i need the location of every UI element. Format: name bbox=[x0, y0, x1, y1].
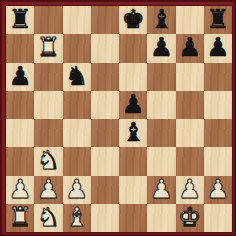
square-h2[interactable]: ♟ bbox=[204, 176, 232, 204]
black-king: ♚ bbox=[121, 6, 144, 32]
square-h4[interactable] bbox=[204, 119, 232, 147]
white-pawn: ♟ bbox=[8, 176, 31, 202]
square-f2[interactable]: ♟ bbox=[147, 176, 175, 204]
square-b7[interactable]: ♜ bbox=[34, 34, 62, 62]
square-g3[interactable] bbox=[176, 147, 204, 175]
black-rook: ♜ bbox=[206, 6, 229, 32]
square-b8[interactable] bbox=[34, 6, 62, 34]
square-h3[interactable] bbox=[204, 147, 232, 175]
white-rook: ♜ bbox=[37, 34, 60, 60]
square-b1[interactable]: ♞ bbox=[34, 204, 62, 232]
square-e8[interactable]: ♚ bbox=[119, 6, 147, 34]
square-g8[interactable] bbox=[176, 6, 204, 34]
square-d1[interactable] bbox=[91, 204, 119, 232]
black-rook: ♜ bbox=[8, 6, 31, 32]
square-c1[interactable]: ♝ bbox=[63, 204, 91, 232]
black-pawn: ♟ bbox=[178, 34, 201, 60]
square-b3[interactable]: ♞ bbox=[34, 147, 62, 175]
square-g5[interactable] bbox=[176, 91, 204, 119]
white-knight: ♞ bbox=[37, 204, 60, 230]
square-e3[interactable] bbox=[119, 147, 147, 175]
square-g4[interactable] bbox=[176, 119, 204, 147]
square-f4[interactable] bbox=[147, 119, 175, 147]
square-e7[interactable] bbox=[119, 34, 147, 62]
square-c2[interactable]: ♟ bbox=[63, 176, 91, 204]
square-f5[interactable] bbox=[147, 91, 175, 119]
square-d4[interactable] bbox=[91, 119, 119, 147]
square-h8[interactable]: ♜ bbox=[204, 6, 232, 34]
white-pawn: ♟ bbox=[206, 176, 229, 202]
square-e5[interactable]: ♟ bbox=[119, 91, 147, 119]
square-c3[interactable] bbox=[63, 147, 91, 175]
square-d8[interactable] bbox=[91, 6, 119, 34]
square-e4[interactable]: ♝ bbox=[119, 119, 147, 147]
white-knight: ♞ bbox=[37, 147, 60, 173]
square-f7[interactable]: ♟ bbox=[147, 34, 175, 62]
square-g2[interactable]: ♟ bbox=[176, 176, 204, 204]
square-a3[interactable] bbox=[6, 147, 34, 175]
white-pawn: ♟ bbox=[37, 176, 60, 202]
square-a7[interactable] bbox=[6, 34, 34, 62]
square-e2[interactable] bbox=[119, 176, 147, 204]
square-b6[interactable] bbox=[34, 63, 62, 91]
white-king: ♚ bbox=[178, 204, 201, 230]
square-c8[interactable] bbox=[63, 6, 91, 34]
square-b4[interactable] bbox=[34, 119, 62, 147]
square-a8[interactable]: ♜ bbox=[6, 6, 34, 34]
square-d7[interactable] bbox=[91, 34, 119, 62]
white-rook: ♜ bbox=[8, 204, 31, 230]
white-pawn: ♟ bbox=[150, 176, 173, 202]
square-c7[interactable] bbox=[63, 34, 91, 62]
square-f6[interactable] bbox=[147, 63, 175, 91]
square-c5[interactable] bbox=[63, 91, 91, 119]
square-f8[interactable]: ♝ bbox=[147, 6, 175, 34]
black-bishop: ♝ bbox=[150, 6, 173, 32]
square-c6[interactable]: ♞ bbox=[63, 63, 91, 91]
square-a2[interactable]: ♟ bbox=[6, 176, 34, 204]
square-d6[interactable] bbox=[91, 63, 119, 91]
square-f1[interactable] bbox=[147, 204, 175, 232]
square-a6[interactable]: ♟ bbox=[6, 63, 34, 91]
chess-board: ♜♚♝♜♜♟♟♟♟♞♟♝♞♟♟♟♟♟♟♜♞♝♚ bbox=[6, 6, 232, 232]
black-pawn: ♟ bbox=[206, 34, 229, 60]
square-d5[interactable] bbox=[91, 91, 119, 119]
black-pawn: ♟ bbox=[8, 63, 31, 89]
square-g1[interactable]: ♚ bbox=[176, 204, 204, 232]
white-bishop: ♝ bbox=[65, 204, 88, 230]
square-h5[interactable] bbox=[204, 91, 232, 119]
square-a4[interactable] bbox=[6, 119, 34, 147]
square-c4[interactable] bbox=[63, 119, 91, 147]
square-e6[interactable] bbox=[119, 63, 147, 91]
black-pawn: ♟ bbox=[150, 34, 173, 60]
white-pawn: ♟ bbox=[65, 176, 88, 202]
chess-board-frame: ♜♚♝♜♜♟♟♟♟♞♟♝♞♟♟♟♟♟♟♜♞♝♚ bbox=[0, 0, 236, 236]
black-bishop: ♝ bbox=[121, 119, 144, 145]
square-f3[interactable] bbox=[147, 147, 175, 175]
square-b5[interactable] bbox=[34, 91, 62, 119]
square-e1[interactable] bbox=[119, 204, 147, 232]
square-h7[interactable]: ♟ bbox=[204, 34, 232, 62]
white-pawn: ♟ bbox=[178, 176, 201, 202]
square-a1[interactable]: ♜ bbox=[6, 204, 34, 232]
square-d2[interactable] bbox=[91, 176, 119, 204]
square-h1[interactable] bbox=[204, 204, 232, 232]
square-b2[interactable]: ♟ bbox=[34, 176, 62, 204]
black-knight: ♞ bbox=[65, 63, 88, 89]
square-a5[interactable] bbox=[6, 91, 34, 119]
black-pawn: ♟ bbox=[121, 91, 144, 117]
square-d3[interactable] bbox=[91, 147, 119, 175]
square-g7[interactable]: ♟ bbox=[176, 34, 204, 62]
square-h6[interactable] bbox=[204, 63, 232, 91]
square-g6[interactable] bbox=[176, 63, 204, 91]
